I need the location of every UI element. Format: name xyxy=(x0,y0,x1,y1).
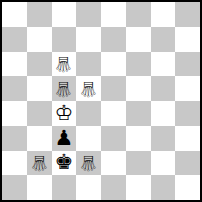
piece-white-grasshopper: ♕ xyxy=(30,152,49,173)
square-a4[interactable] xyxy=(2,101,27,126)
square-d6[interactable] xyxy=(76,52,101,77)
chess-board: ♕♕♕♔♟♕♚♕ xyxy=(0,0,202,202)
square-h7[interactable] xyxy=(175,27,200,52)
square-b6[interactable] xyxy=(27,52,52,77)
square-h2[interactable] xyxy=(175,151,200,176)
square-g7[interactable] xyxy=(151,27,176,52)
square-a8[interactable] xyxy=(2,2,27,27)
square-h1[interactable] xyxy=(175,175,200,200)
square-f3[interactable] xyxy=(126,126,151,151)
square-h4[interactable] xyxy=(175,101,200,126)
square-g4[interactable] xyxy=(151,101,176,126)
square-f8[interactable] xyxy=(126,2,151,27)
square-c5[interactable]: ♕ xyxy=(52,76,77,101)
square-g6[interactable] xyxy=(151,52,176,77)
square-h5[interactable] xyxy=(175,76,200,101)
square-h3[interactable] xyxy=(175,126,200,151)
square-a2[interactable] xyxy=(2,151,27,176)
square-d7[interactable] xyxy=(76,27,101,52)
piece-black-king: ♚ xyxy=(54,152,73,173)
square-d4[interactable] xyxy=(76,101,101,126)
square-c2[interactable]: ♚ xyxy=(52,151,77,176)
square-g5[interactable] xyxy=(151,76,176,101)
piece-white-grasshopper: ♕ xyxy=(79,152,98,173)
square-b4[interactable] xyxy=(27,101,52,126)
square-f2[interactable] xyxy=(126,151,151,176)
square-g2[interactable] xyxy=(151,151,176,176)
square-b3[interactable] xyxy=(27,126,52,151)
square-c7[interactable] xyxy=(52,27,77,52)
piece-white-grasshopper: ♕ xyxy=(79,78,98,99)
square-b8[interactable] xyxy=(27,2,52,27)
square-a5[interactable] xyxy=(2,76,27,101)
square-f5[interactable] xyxy=(126,76,151,101)
square-e4[interactable] xyxy=(101,101,126,126)
square-f4[interactable] xyxy=(126,101,151,126)
square-d5[interactable]: ♕ xyxy=(76,76,101,101)
square-e7[interactable] xyxy=(101,27,126,52)
square-g8[interactable] xyxy=(151,2,176,27)
square-d1[interactable] xyxy=(76,175,101,200)
square-f7[interactable] xyxy=(126,27,151,52)
square-a7[interactable] xyxy=(2,27,27,52)
square-b5[interactable] xyxy=(27,76,52,101)
square-d2[interactable]: ♕ xyxy=(76,151,101,176)
square-c3[interactable]: ♟ xyxy=(52,126,77,151)
square-e3[interactable] xyxy=(101,126,126,151)
square-b7[interactable] xyxy=(27,27,52,52)
piece-white-grasshopper: ♕ xyxy=(54,78,73,99)
square-a3[interactable] xyxy=(2,126,27,151)
square-e8[interactable] xyxy=(101,2,126,27)
square-d3[interactable] xyxy=(76,126,101,151)
square-e5[interactable] xyxy=(101,76,126,101)
square-g1[interactable] xyxy=(151,175,176,200)
square-f1[interactable] xyxy=(126,175,151,200)
square-b1[interactable] xyxy=(27,175,52,200)
square-e2[interactable] xyxy=(101,151,126,176)
square-b2[interactable]: ♕ xyxy=(27,151,52,176)
square-e6[interactable] xyxy=(101,52,126,77)
square-f6[interactable] xyxy=(126,52,151,77)
square-e1[interactable] xyxy=(101,175,126,200)
piece-white-king: ♔ xyxy=(54,103,73,124)
square-h6[interactable] xyxy=(175,52,200,77)
square-g3[interactable] xyxy=(151,126,176,151)
square-a6[interactable] xyxy=(2,52,27,77)
piece-black-pawn: ♟ xyxy=(54,128,73,149)
piece-white-grasshopper: ♕ xyxy=(54,53,73,74)
square-h8[interactable] xyxy=(175,2,200,27)
square-d8[interactable] xyxy=(76,2,101,27)
square-c1[interactable] xyxy=(52,175,77,200)
square-c8[interactable] xyxy=(52,2,77,27)
square-c6[interactable]: ♕ xyxy=(52,52,77,77)
square-a1[interactable] xyxy=(2,175,27,200)
square-c4[interactable]: ♔ xyxy=(52,101,77,126)
